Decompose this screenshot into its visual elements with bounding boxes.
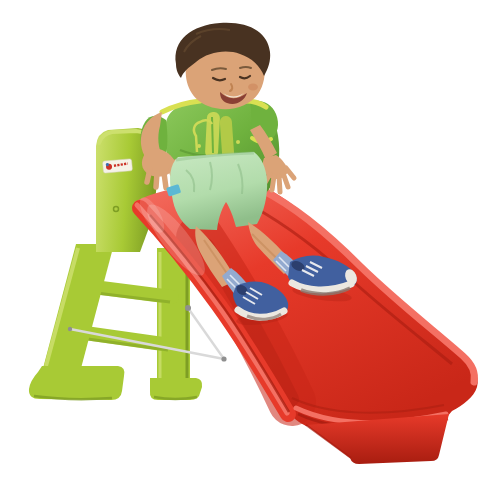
thumb [286, 168, 294, 178]
product-photo [0, 0, 500, 497]
cheek-blush [248, 84, 258, 91]
head [175, 23, 270, 109]
shorts [170, 152, 267, 230]
cord-left [70, 329, 224, 359]
ladder-front-foot [29, 366, 124, 400]
cord-bolt-leg [68, 327, 72, 331]
finger [147, 169, 150, 182]
cord-stud-lower [221, 356, 226, 361]
finger [272, 176, 274, 190]
scene [0, 0, 500, 497]
cord-stud-upper [185, 305, 191, 311]
finger [164, 173, 166, 188]
print-dot-1 [197, 144, 201, 148]
ladder-front-leg [42, 244, 114, 372]
finger [283, 173, 288, 187]
print-dot-2 [236, 140, 240, 144]
brand-sticker [103, 159, 133, 173]
finger [279, 176, 280, 192]
eyebrow-right [240, 67, 251, 68]
finger [156, 173, 157, 187]
